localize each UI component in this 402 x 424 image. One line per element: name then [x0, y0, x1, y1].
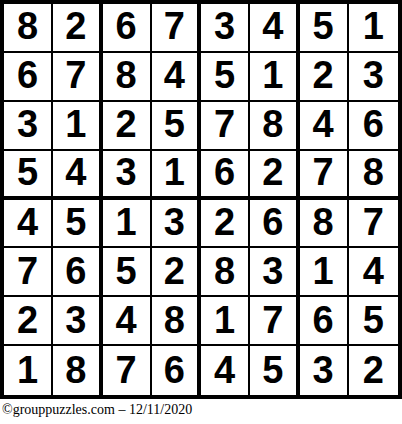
cell-r8c4: 6: [152, 346, 201, 395]
cell-digit: 6: [363, 105, 384, 143]
cell-r6c7: 1: [300, 248, 349, 297]
cell-digit: 6: [313, 301, 334, 339]
cell-digit: 4: [17, 203, 38, 241]
cell-r3c4: 5: [152, 102, 201, 151]
cell-r7c5: 1: [201, 297, 250, 346]
cell-digit: 1: [116, 203, 137, 241]
cell-r5c4: 3: [152, 200, 201, 249]
cell-digit: 7: [214, 105, 235, 143]
cell-digit: 6: [116, 7, 137, 45]
cell-digit: 4: [313, 105, 334, 143]
cell-r1c2: 2: [53, 4, 102, 53]
cell-r1c7: 5: [300, 4, 349, 53]
cell-r8c1: 1: [4, 346, 53, 395]
cell-r7c6: 7: [250, 297, 299, 346]
cell-digit: 4: [262, 7, 283, 45]
cell-digit: 4: [65, 153, 86, 191]
cell-r6c5: 8: [201, 248, 250, 297]
cell-digit: 6: [17, 56, 38, 94]
cell-digit: 6: [65, 252, 86, 290]
cell-r4c8: 8: [349, 151, 398, 200]
cell-r4c5: 6: [201, 151, 250, 200]
cell-digit: 3: [363, 56, 384, 94]
cell-r6c1: 7: [4, 248, 53, 297]
cell-r8c7: 3: [300, 346, 349, 395]
puzzle-page: 8267345167845123312578465431627845132687…: [0, 0, 402, 424]
cell-r8c5: 4: [201, 346, 250, 395]
cell-digit: 5: [116, 252, 137, 290]
cell-digit: 4: [214, 351, 235, 389]
cell-r3c5: 7: [201, 102, 250, 151]
cell-digit: 1: [363, 7, 384, 45]
cell-digit: 1: [313, 252, 334, 290]
cell-digit: 2: [262, 153, 283, 191]
cell-digit: 1: [262, 56, 283, 94]
cell-digit: 7: [164, 7, 185, 45]
cell-digit: 6: [262, 203, 283, 241]
cell-digit: 2: [17, 301, 38, 339]
cell-digit: 4: [116, 301, 137, 339]
cell-r3c2: 1: [53, 102, 102, 151]
cell-digit: 5: [363, 301, 384, 339]
cell-digit: 5: [214, 56, 235, 94]
cell-r8c3: 7: [103, 346, 152, 395]
cell-digit: 8: [17, 7, 38, 45]
cell-r7c1: 2: [4, 297, 53, 346]
cell-r4c4: 1: [152, 151, 201, 200]
sudoku-board: 8267345167845123312578465431627845132687…: [0, 0, 402, 399]
cell-r2c5: 5: [201, 53, 250, 102]
cell-digit: 8: [363, 153, 384, 191]
cell-digit: 7: [65, 56, 86, 94]
cell-r7c8: 5: [349, 297, 398, 346]
cell-r6c4: 2: [152, 248, 201, 297]
cell-r8c6: 5: [250, 346, 299, 395]
cell-digit: 8: [65, 351, 86, 389]
cell-digit: 7: [313, 153, 334, 191]
cell-digit: 3: [214, 7, 235, 45]
cell-digit: 6: [164, 351, 185, 389]
cell-r6c2: 6: [53, 248, 102, 297]
cell-digit: 7: [116, 351, 137, 389]
cell-r2c8: 3: [349, 53, 398, 102]
cell-r8c8: 2: [349, 346, 398, 395]
cell-digit: 2: [313, 56, 334, 94]
cell-digit: 1: [65, 105, 86, 143]
cell-r4c3: 3: [103, 151, 152, 200]
cell-digit: 5: [313, 7, 334, 45]
cell-r1c3: 6: [103, 4, 152, 53]
cell-digit: 3: [17, 105, 38, 143]
cell-digit: 7: [17, 252, 38, 290]
cell-r1c1: 8: [4, 4, 53, 53]
cell-r6c3: 5: [103, 248, 152, 297]
cell-r4c6: 2: [250, 151, 299, 200]
cell-digit: 8: [164, 301, 185, 339]
cell-digit: 2: [116, 105, 137, 143]
cell-digit: 6: [214, 153, 235, 191]
cell-digit: 5: [164, 105, 185, 143]
cell-digit: 3: [313, 351, 334, 389]
cell-r7c4: 8: [152, 297, 201, 346]
cell-digit: 4: [164, 56, 185, 94]
cell-r2c2: 7: [53, 53, 102, 102]
cell-r5c5: 2: [201, 200, 250, 249]
cell-r3c1: 3: [4, 102, 53, 151]
cell-digit: 7: [262, 301, 283, 339]
cell-digit: 3: [164, 203, 185, 241]
cell-r6c6: 3: [250, 248, 299, 297]
cell-digit: 1: [17, 351, 38, 389]
cell-r5c3: 1: [103, 200, 152, 249]
cell-r1c6: 4: [250, 4, 299, 53]
cell-digit: 2: [363, 351, 384, 389]
cell-digit: 1: [164, 153, 185, 191]
cell-r3c8: 6: [349, 102, 398, 151]
cell-r5c1: 4: [4, 200, 53, 249]
cell-r1c4: 7: [152, 4, 201, 53]
cell-r7c7: 6: [300, 297, 349, 346]
cell-digit: 1: [214, 301, 235, 339]
cell-digit: 8: [313, 203, 334, 241]
cell-r6c8: 4: [349, 248, 398, 297]
cell-digit: 3: [262, 252, 283, 290]
cell-r2c3: 8: [103, 53, 152, 102]
cell-digit: 5: [262, 351, 283, 389]
cell-digit: 5: [17, 153, 38, 191]
cell-digit: 2: [65, 7, 86, 45]
cell-r7c3: 4: [103, 297, 152, 346]
cell-digit: 5: [65, 203, 86, 241]
cell-r4c2: 4: [53, 151, 102, 200]
cell-digit: 8: [262, 105, 283, 143]
cell-r2c1: 6: [4, 53, 53, 102]
cell-digit: 2: [214, 203, 235, 241]
cell-r2c7: 2: [300, 53, 349, 102]
cell-digit: 7: [363, 203, 384, 241]
cell-r2c6: 1: [250, 53, 299, 102]
copyright-footer: ©grouppuzzles.com – 12/11/2020: [2, 402, 400, 418]
cell-digit: 3: [65, 301, 86, 339]
cell-digit: 8: [214, 252, 235, 290]
cell-digit: 8: [116, 56, 137, 94]
cell-r7c2: 3: [53, 297, 102, 346]
cell-r3c7: 4: [300, 102, 349, 151]
cell-digit: 2: [164, 252, 185, 290]
cell-r5c7: 8: [300, 200, 349, 249]
cell-r8c2: 8: [53, 346, 102, 395]
cell-r1c8: 1: [349, 4, 398, 53]
cell-r3c6: 8: [250, 102, 299, 151]
cell-r4c7: 7: [300, 151, 349, 200]
cell-r2c4: 4: [152, 53, 201, 102]
cell-r5c6: 6: [250, 200, 299, 249]
cell-r5c2: 5: [53, 200, 102, 249]
cell-r3c3: 2: [103, 102, 152, 151]
cell-r1c5: 3: [201, 4, 250, 53]
cell-r5c8: 7: [349, 200, 398, 249]
cell-digit: 3: [116, 153, 137, 191]
cell-digit: 4: [363, 252, 384, 290]
cell-r4c1: 5: [4, 151, 53, 200]
